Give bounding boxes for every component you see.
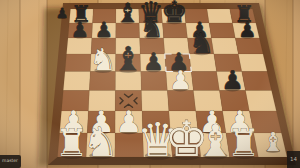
chess-board-3d[interactable]: ♜♝♛♚♜♟♟♞♟♟♞♝♟♟♞♟♟♟♟♟♟♟♜♞♛♚♝♜♟♝: [0, 0, 300, 168]
square-g8[interactable]: [207, 9, 233, 23]
level-badge-bar[interactable]: 14: [287, 151, 300, 168]
black-king-e8[interactable]: ♚: [161, 0, 188, 29]
black-pawn-d5[interactable]: ♟: [143, 48, 164, 76]
square-f4[interactable]: [191, 72, 219, 91]
square-a5[interactable]: [65, 54, 91, 72]
white-knight-b1[interactable]: ♞: [82, 118, 119, 166]
square-a4[interactable]: [63, 72, 90, 91]
white-knight-b5[interactable]: ♞: [89, 42, 116, 77]
black-pawn-a7[interactable]: ♟: [71, 18, 90, 42]
white-pawn-e4[interactable]: ♟: [169, 65, 192, 95]
wood-plank: [0, 0, 20, 168]
black-bishop-c5[interactable]: ♝: [114, 40, 143, 78]
square-g6[interactable]: [211, 38, 238, 54]
chess-app-screen: ♜♝♛♚♜♟♟♞♟♟♞♝♟♟♞♟♟♟♟♟♟♟♜♞♛♚♝♜♟♝ master 14: [0, 0, 300, 168]
player-name-label: master: [2, 159, 18, 164]
captured-black-pawn[interactable]: ♟: [56, 5, 69, 21]
square-d3[interactable]: [141, 91, 169, 112]
black-pawn-g4[interactable]: ♟: [221, 65, 244, 95]
black-pawn-h7[interactable]: ♟: [238, 18, 257, 42]
player-name-bar[interactable]: master: [0, 155, 21, 168]
black-knight-f6[interactable]: ♞: [189, 27, 215, 60]
level-badge-label: 14: [290, 157, 297, 163]
white-rook-g1[interactable]: ♜: [227, 121, 261, 165]
black-knight-d7[interactable]: ♞: [140, 12, 164, 43]
captured-white-bishop[interactable]: ♝: [261, 127, 284, 157]
black-bishop-c8[interactable]: ♝: [116, 0, 140, 28]
black-pawn-b7[interactable]: ♟: [94, 18, 113, 42]
wood-plank: [293, 0, 300, 168]
square-h4[interactable]: [242, 72, 272, 91]
